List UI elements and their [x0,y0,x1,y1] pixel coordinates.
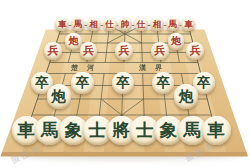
xiangqi-board-photo: 楚河 漢界 車馬相仕帥仕相馬車炮炮兵兵兵兵兵卒卒卒卒卒炮炮車馬象士將士象馬車 摄… [0,0,250,167]
piece-red-soldier[interactable]: 兵 [186,42,204,60]
piece-red-elephant[interactable]: 相 [150,17,164,31]
river-label-right: 漢界 [139,63,171,73]
piece-red-cannon[interactable]: 炮 [65,33,82,50]
piece-red-horse[interactable]: 馬 [166,17,180,31]
piece-red-elephant[interactable]: 相 [87,17,101,31]
piece-red-soldier[interactable]: 兵 [151,42,169,60]
piece-black-soldier[interactable]: 卒 [71,72,93,94]
piece-black-cannon[interactable]: 炮 [47,84,71,108]
piece-red-soldier[interactable]: 兵 [115,42,133,60]
river-label-left: 楚河 [71,63,103,73]
piece-red-advisor[interactable]: 仕 [103,17,117,31]
piece-black-chariot[interactable]: 車 [202,116,231,145]
piece-red-cannon[interactable]: 炮 [168,33,185,50]
piece-black-cannon[interactable]: 炮 [174,84,198,108]
piece-red-soldier[interactable]: 兵 [44,42,62,60]
piece-red-soldier[interactable]: 兵 [80,42,98,60]
